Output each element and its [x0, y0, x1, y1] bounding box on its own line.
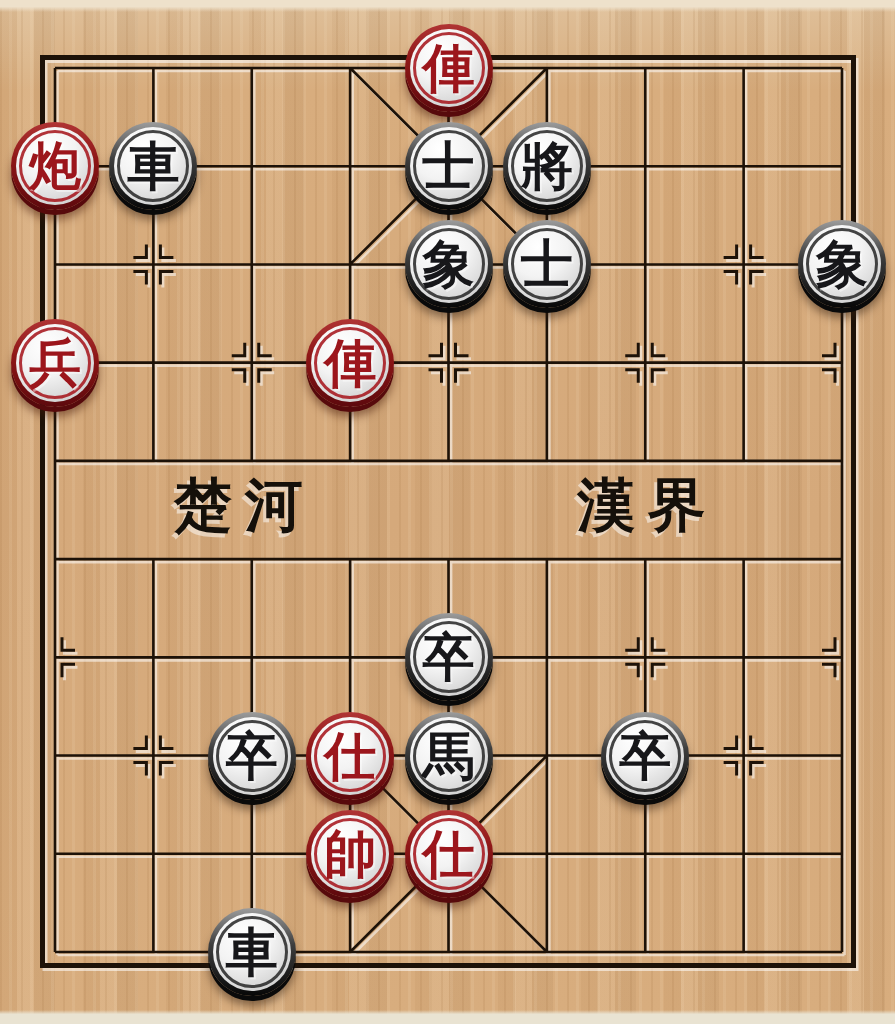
- piece-face: 車: [213, 913, 291, 991]
- piece-red-cannon[interactable]: 炮: [11, 122, 99, 210]
- piece-face: 俥: [311, 324, 389, 402]
- piece-black-general[interactable]: 將: [503, 122, 591, 210]
- piece-glyph: 帥: [324, 828, 376, 880]
- piece-black-advisor[interactable]: 士: [405, 122, 493, 210]
- piece-glyph: 車: [226, 926, 278, 978]
- piece-black-chariot[interactable]: 車: [109, 122, 197, 210]
- piece-glyph: 卒: [226, 730, 278, 782]
- piece-red-advisor[interactable]: 仕: [306, 712, 394, 800]
- piece-glyph: 卒: [423, 631, 475, 683]
- piece-black-soldier[interactable]: 卒: [601, 712, 689, 800]
- piece-face: 帥: [311, 815, 389, 893]
- piece-face: 士: [410, 127, 488, 205]
- piece-red-advisor[interactable]: 仕: [405, 810, 493, 898]
- piece-face: 士: [508, 225, 586, 303]
- piece-glyph: 炮: [29, 140, 81, 192]
- piece-glyph: 將: [521, 140, 573, 192]
- piece-black-soldier[interactable]: 卒: [405, 613, 493, 701]
- river-label-chu-he: 楚河: [174, 467, 316, 545]
- piece-black-elephant[interactable]: 象: [798, 220, 886, 308]
- piece-black-horse[interactable]: 馬: [405, 712, 493, 800]
- piece-glyph: 象: [816, 238, 868, 290]
- piece-glyph: 仕: [324, 730, 376, 782]
- piece-face: 卒: [410, 618, 488, 696]
- piece-face: 象: [803, 225, 881, 303]
- piece-glyph: 卒: [619, 730, 671, 782]
- piece-face: 兵: [16, 324, 94, 402]
- piece-black-elephant[interactable]: 象: [405, 220, 493, 308]
- piece-glyph: 士: [521, 238, 573, 290]
- piece-glyph: 車: [127, 140, 179, 192]
- piece-face: 象: [410, 225, 488, 303]
- piece-glyph: 仕: [423, 828, 475, 880]
- piece-face: 將: [508, 127, 586, 205]
- piece-glyph: 俥: [324, 337, 376, 389]
- piece-red-general[interactable]: 帥: [306, 810, 394, 898]
- wood-edge-bottom: [0, 1010, 895, 1024]
- piece-black-chariot[interactable]: 車: [208, 908, 296, 996]
- piece-face: 仕: [311, 717, 389, 795]
- river-label-han-jie: 漢界: [577, 467, 719, 545]
- piece-red-soldier[interactable]: 兵: [11, 319, 99, 407]
- piece-glyph: 馬: [423, 730, 475, 782]
- xiangqi-board: 楚河 漢界 俥炮車士將象士象兵俥卒卒仕馬卒帥仕車: [0, 0, 895, 1024]
- piece-face: 馬: [410, 717, 488, 795]
- piece-glyph: 兵: [29, 337, 81, 389]
- piece-glyph: 象: [423, 238, 475, 290]
- piece-glyph: 俥: [423, 42, 475, 94]
- piece-face: 卒: [606, 717, 684, 795]
- piece-face: 卒: [213, 717, 291, 795]
- piece-face: 俥: [410, 29, 488, 107]
- piece-face: 仕: [410, 815, 488, 893]
- piece-glyph: 士: [423, 140, 475, 192]
- piece-red-chariot[interactable]: 俥: [405, 24, 493, 112]
- piece-face: 炮: [16, 127, 94, 205]
- piece-red-chariot[interactable]: 俥: [306, 319, 394, 407]
- piece-black-soldier[interactable]: 卒: [208, 712, 296, 800]
- piece-black-advisor[interactable]: 士: [503, 220, 591, 308]
